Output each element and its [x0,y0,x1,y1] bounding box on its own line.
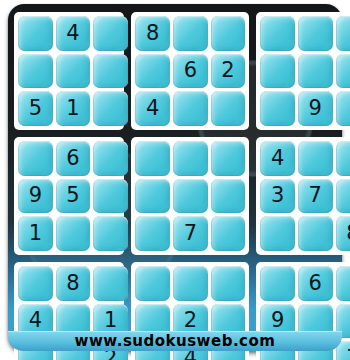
cell-r4c9[interactable] [336,141,350,176]
box-1: 451 [14,12,124,130]
cell-r4c8[interactable] [298,141,333,176]
cell-r5c6[interactable] [211,179,246,214]
box-3: 9 [256,12,350,130]
cell-r6c5[interactable]: 7 [173,216,208,251]
cell-r2c2[interactable] [56,54,91,89]
cell-r2c3[interactable] [93,54,128,89]
cell-r1c3[interactable] [93,16,128,51]
cell-r2c1[interactable] [18,54,53,89]
box-5: 7 [131,137,249,255]
sudoku-board: 45186249695174378841224697 [14,12,336,334]
cell-r5c2[interactable]: 5 [56,179,91,214]
site-url: www.sudokusweb.com [75,332,276,350]
cell-r6c1[interactable]: 1 [18,216,53,251]
cell-r5c8[interactable]: 7 [298,179,333,214]
cell-r6c7[interactable] [260,216,295,251]
cell-r5c1[interactable]: 9 [18,179,53,214]
cell-r4c1[interactable] [18,141,53,176]
cell-r1c8[interactable] [298,16,333,51]
cell-r1c4[interactable]: 8 [135,16,170,51]
cell-r1c6[interactable] [211,16,246,51]
cell-r6c8[interactable] [298,216,333,251]
cell-r3c7[interactable] [260,91,295,126]
cell-r7c3[interactable] [93,266,128,301]
cell-r1c2[interactable]: 4 [56,16,91,51]
cell-r6c6[interactable] [211,216,246,251]
box-4: 6951 [14,137,124,255]
footer-bar: www.sudokusweb.com [8,331,342,351]
cell-r7c1[interactable] [18,266,53,301]
cell-r4c4[interactable] [135,141,170,176]
cell-r3c2[interactable]: 1 [56,91,91,126]
cell-r2c8[interactable] [298,54,333,89]
cell-r3c3[interactable] [93,91,128,126]
cell-r3c8[interactable]: 9 [298,91,333,126]
cell-r6c9[interactable]: 8 [336,216,350,251]
cell-r6c4[interactable] [135,216,170,251]
cell-r2c6[interactable]: 2 [211,54,246,89]
cell-r4c6[interactable] [211,141,246,176]
cell-r6c2[interactable] [56,216,91,251]
cell-r3c9[interactable] [336,91,350,126]
cell-r7c9[interactable] [336,266,350,301]
cell-r2c7[interactable] [260,54,295,89]
cell-r5c7[interactable]: 3 [260,179,295,214]
cell-r4c5[interactable] [173,141,208,176]
cell-r5c4[interactable] [135,179,170,214]
board-frame: 45186249695174378841224697 www.sudokuswe… [8,4,342,351]
cell-r7c8[interactable]: 6 [298,266,333,301]
cell-r1c1[interactable] [18,16,53,51]
cell-r7c6[interactable] [211,266,246,301]
box-6: 4378 [256,137,350,255]
cell-r7c7[interactable] [260,266,295,301]
cell-r7c2[interactable]: 8 [56,266,91,301]
cell-r3c1[interactable]: 5 [18,91,53,126]
cell-r4c3[interactable] [93,141,128,176]
cell-r5c5[interactable] [173,179,208,214]
cell-r3c6[interactable] [211,91,246,126]
cell-r2c4[interactable] [135,54,170,89]
cell-r5c9[interactable] [336,179,350,214]
cell-r1c5[interactable] [173,16,208,51]
cell-r1c7[interactable] [260,16,295,51]
cell-r2c9[interactable] [336,54,350,89]
box-2: 8624 [131,12,249,130]
cell-r6c3[interactable] [93,216,128,251]
cell-r2c5[interactable]: 6 [173,54,208,89]
cell-r4c2[interactable]: 6 [56,141,91,176]
cell-r3c4[interactable]: 4 [135,91,170,126]
cell-r5c3[interactable] [93,179,128,214]
cell-r7c5[interactable] [173,266,208,301]
cell-r1c9[interactable] [336,16,350,51]
cell-r7c4[interactable] [135,266,170,301]
cell-r4c7[interactable]: 4 [260,141,295,176]
cell-r3c5[interactable] [173,91,208,126]
